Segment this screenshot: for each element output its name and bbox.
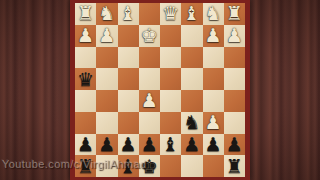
square-e2[interactable]: ♚ [139, 25, 160, 47]
square-h5[interactable] [75, 90, 96, 112]
white-pawn: ♟ [139, 90, 160, 112]
square-d3[interactable] [160, 47, 181, 69]
white-bishop: ♝ [118, 3, 139, 25]
square-c6[interactable]: ♞ [181, 112, 202, 134]
square-b5[interactable] [203, 90, 224, 112]
white-pawn: ♟ [75, 25, 96, 47]
youtube-watermark: Youtube.com/c/VirgilAhmad [2, 158, 242, 170]
square-a5[interactable] [224, 90, 245, 112]
black-pawn: ♟ [139, 134, 160, 156]
square-c7[interactable]: ♟ [181, 134, 202, 156]
black-knight: ♞ [181, 112, 202, 134]
square-f4[interactable] [118, 68, 139, 90]
square-f3[interactable] [118, 47, 139, 69]
square-g7[interactable]: ♟ [96, 134, 117, 156]
white-pawn: ♟ [96, 25, 117, 47]
square-d6[interactable] [160, 112, 181, 134]
square-a6[interactable] [224, 112, 245, 134]
square-b2[interactable]: ♟ [203, 25, 224, 47]
square-g2[interactable]: ♟ [96, 25, 117, 47]
square-a7[interactable]: ♟ [224, 134, 245, 156]
square-e3[interactable] [139, 47, 160, 69]
square-e1[interactable] [139, 3, 160, 25]
square-h3[interactable] [75, 47, 96, 69]
square-g1[interactable]: ♞ [96, 3, 117, 25]
square-e6[interactable] [139, 112, 160, 134]
square-b3[interactable] [203, 47, 224, 69]
square-h6[interactable] [75, 112, 96, 134]
black-pawn: ♟ [181, 134, 202, 156]
square-c3[interactable] [181, 47, 202, 69]
square-d7[interactable]: ♝ [160, 134, 181, 156]
square-a4[interactable] [224, 68, 245, 90]
video-frame: ♜♞♝♛♝♞♜♟♟♚♟♟♛♟♞♟♟♟♟♟♝♟♟♟♜♝♚♜ Youtube.com… [0, 0, 320, 180]
white-rook: ♜ [224, 3, 245, 25]
black-pawn: ♟ [203, 134, 224, 156]
white-knight: ♞ [96, 3, 117, 25]
square-a3[interactable] [224, 47, 245, 69]
chess-board-grid: ♜♞♝♛♝♞♜♟♟♚♟♟♛♟♞♟♟♟♟♟♝♟♟♟♜♝♚♜ [75, 3, 245, 177]
square-g5[interactable] [96, 90, 117, 112]
square-c2[interactable] [181, 25, 202, 47]
white-knight: ♞ [203, 3, 224, 25]
square-f6[interactable] [118, 112, 139, 134]
square-g3[interactable] [96, 47, 117, 69]
white-bishop: ♝ [181, 3, 202, 25]
square-c4[interactable] [181, 68, 202, 90]
square-a1[interactable]: ♜ [224, 3, 245, 25]
white-pawn: ♟ [203, 25, 224, 47]
square-c1[interactable]: ♝ [181, 3, 202, 25]
square-d5[interactable] [160, 90, 181, 112]
square-f5[interactable] [118, 90, 139, 112]
white-pawn: ♟ [203, 112, 224, 134]
square-d2[interactable] [160, 25, 181, 47]
square-h7[interactable]: ♟ [75, 134, 96, 156]
square-b4[interactable] [203, 68, 224, 90]
square-e4[interactable] [139, 68, 160, 90]
square-h1[interactable]: ♜ [75, 3, 96, 25]
white-rook: ♜ [75, 3, 96, 25]
square-f2[interactable] [118, 25, 139, 47]
black-queen: ♛ [75, 68, 96, 90]
chess-board: ♜♞♝♛♝♞♜♟♟♚♟♟♛♟♞♟♟♟♟♟♝♟♟♟♜♝♚♜ [70, 0, 250, 180]
square-h2[interactable]: ♟ [75, 25, 96, 47]
white-queen: ♛ [160, 3, 181, 25]
square-f1[interactable]: ♝ [118, 3, 139, 25]
white-king: ♚ [139, 25, 160, 47]
square-a2[interactable]: ♟ [224, 25, 245, 47]
black-pawn: ♟ [75, 134, 96, 156]
square-e7[interactable]: ♟ [139, 134, 160, 156]
square-b7[interactable]: ♟ [203, 134, 224, 156]
square-g6[interactable] [96, 112, 117, 134]
square-h4[interactable]: ♛ [75, 68, 96, 90]
square-c5[interactable] [181, 90, 202, 112]
square-b6[interactable]: ♟ [203, 112, 224, 134]
square-f7[interactable]: ♟ [118, 134, 139, 156]
square-d1[interactable]: ♛ [160, 3, 181, 25]
black-pawn: ♟ [118, 134, 139, 156]
black-pawn: ♟ [96, 134, 117, 156]
black-pawn: ♟ [224, 134, 245, 156]
black-bishop: ♝ [160, 134, 181, 156]
square-b1[interactable]: ♞ [203, 3, 224, 25]
square-e5[interactable]: ♟ [139, 90, 160, 112]
square-g4[interactable] [96, 68, 117, 90]
square-d4[interactable] [160, 68, 181, 90]
white-pawn: ♟ [224, 25, 245, 47]
